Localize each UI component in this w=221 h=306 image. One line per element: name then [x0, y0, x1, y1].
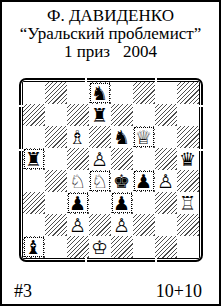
frame-notch: [155, 257, 157, 262]
square-b6: [45, 126, 67, 148]
black-bishop-piece: ♝: [25, 236, 42, 258]
frame-notch: [198, 149, 203, 151]
square-e2: ♙: [111, 214, 133, 236]
square-f4: ♟: [133, 170, 155, 192]
square-e8: [111, 82, 133, 104]
problem-caption: #3 10+10: [2, 281, 219, 301]
square-f5: [133, 148, 155, 170]
square-g7: [155, 104, 177, 126]
author-name: Ф. ДАВИДЕНКО: [2, 7, 219, 25]
white-knight-piece: ♘: [91, 170, 108, 192]
square-b2: [45, 214, 67, 236]
square-d8: ♞: [89, 82, 111, 104]
square-h5: ♛: [177, 148, 199, 170]
square-d2: [89, 214, 111, 236]
square-g5: [155, 148, 177, 170]
chess-board: ♞♜♗♞♕♜♙♛♘♘♚♟♙♟♟♖♙♙♝♔: [23, 82, 199, 258]
square-b7: [45, 104, 67, 126]
chess-problem-card: Ф. ДАВИДЕНКО “Уральский проблемист” 1 пр…: [0, 0, 221, 306]
square-e3: ♟: [111, 192, 133, 214]
square-e4: ♚: [111, 170, 133, 192]
black-knight-piece: ♞: [113, 126, 130, 148]
black-king-piece: ♚: [113, 170, 130, 192]
square-g6: [155, 126, 177, 148]
square-b5: [45, 148, 67, 170]
square-g4: ♙: [155, 170, 177, 192]
white-king-piece: ♔: [91, 236, 108, 258]
problem-header: Ф. ДАВИДЕНКО “Уральский проблемист” 1 пр…: [2, 2, 219, 61]
white-rook-piece: ♖: [179, 192, 196, 214]
square-e5: [111, 148, 133, 170]
chess-board-frame: ♞♜♗♞♕♜♙♛♘♘♚♟♙♟♟♖♙♙♝♔: [19, 78, 203, 262]
square-g8: [155, 82, 177, 104]
square-b3: [45, 192, 67, 214]
square-c7: [67, 104, 89, 126]
frame-notch: [19, 149, 24, 151]
source-title: “Уральский проблемист”: [2, 25, 219, 43]
square-h2: [177, 214, 199, 236]
white-bishop-piece: ♗: [69, 126, 86, 148]
square-h4: [177, 170, 199, 192]
white-queen-piece: ♕: [135, 126, 152, 148]
square-e6: ♞: [111, 126, 133, 148]
square-d7: ♜: [89, 104, 111, 126]
square-a8: [23, 82, 45, 104]
square-d4: ♘: [89, 170, 111, 192]
square-f2: [133, 214, 155, 236]
square-f1: [133, 236, 155, 258]
square-f3: [133, 192, 155, 214]
square-g3: [155, 192, 177, 214]
square-d1: ♔: [89, 236, 111, 258]
square-a1: ♝: [23, 236, 45, 258]
square-e7: [111, 104, 133, 126]
black-queen-piece: ♛: [179, 148, 196, 170]
square-g1: [155, 236, 177, 258]
square-a2: [23, 214, 45, 236]
frame-notch: [19, 105, 24, 107]
square-a6: [23, 126, 45, 148]
black-pawn-piece: ♟: [135, 170, 152, 192]
stipulation-label: #3: [14, 281, 32, 301]
square-d6: [89, 126, 111, 148]
square-a5: ♜: [23, 148, 45, 170]
square-h8: [177, 82, 199, 104]
frame-notch: [198, 105, 203, 107]
black-rook-piece: ♜: [91, 104, 108, 126]
square-c3: ♟: [67, 192, 89, 214]
square-a3: [23, 192, 45, 214]
white-pawn-piece: ♙: [157, 170, 174, 192]
square-g2: [155, 214, 177, 236]
white-pawn-piece: ♙: [91, 148, 108, 170]
black-pawn-piece: ♟: [113, 192, 130, 214]
award-year: 2004: [123, 43, 157, 61]
square-b4: [45, 170, 67, 192]
square-h1: [177, 236, 199, 258]
square-f6: ♕: [133, 126, 155, 148]
square-b1: [45, 236, 67, 258]
frame-notch: [85, 257, 87, 262]
frame-notch: [155, 78, 157, 83]
white-pawn-piece: ♙: [69, 214, 86, 236]
square-d3: [89, 192, 111, 214]
square-c1: [67, 236, 89, 258]
square-h7: [177, 104, 199, 126]
square-f7: [133, 104, 155, 126]
square-b8: [45, 82, 67, 104]
square-c6: ♗: [67, 126, 89, 148]
black-knight-piece: ♞: [91, 82, 108, 104]
award-text: 1 приз: [64, 43, 110, 61]
black-pawn-piece: ♟: [69, 192, 86, 214]
square-f8: [133, 82, 155, 104]
black-rook-piece: ♜: [25, 148, 42, 170]
square-c4: ♘: [67, 170, 89, 192]
material-count: 10+10: [156, 281, 202, 301]
square-a7: [23, 104, 45, 126]
square-d5: ♙: [89, 148, 111, 170]
white-knight-piece: ♘: [69, 170, 86, 192]
square-c5: [67, 148, 89, 170]
square-c2: ♙: [67, 214, 89, 236]
square-h6: [177, 126, 199, 148]
square-e1: [111, 236, 133, 258]
chess-board-border: ♞♜♗♞♕♜♙♛♘♘♚♟♙♟♟♖♙♙♝♔: [22, 81, 200, 259]
square-h3: ♖: [177, 192, 199, 214]
frame-notch: [85, 78, 87, 83]
square-c8: [67, 82, 89, 104]
white-pawn-piece: ♙: [113, 214, 130, 236]
square-a4: [23, 170, 45, 192]
award-line: 1 приз 2004: [2, 43, 219, 61]
